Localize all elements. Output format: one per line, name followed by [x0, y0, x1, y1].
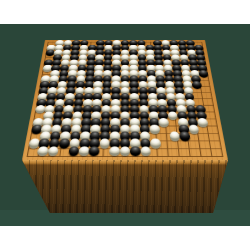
stone-black[interactable] — [130, 146, 141, 156]
intersection[interactable] — [140, 149, 151, 157]
intersection[interactable] — [109, 149, 119, 157]
intersection[interactable] — [151, 149, 162, 157]
intersection[interactable] — [130, 149, 140, 157]
stone-white[interactable] — [99, 139, 110, 149]
stone-white[interactable] — [150, 139, 161, 149]
intersection[interactable] — [89, 149, 100, 157]
stone-black[interactable] — [179, 132, 190, 141]
stone-black[interactable] — [199, 70, 209, 77]
intersection[interactable] — [207, 121, 218, 128]
intersection[interactable] — [149, 128, 159, 135]
intersection[interactable] — [209, 135, 220, 142]
intersection[interactable] — [99, 142, 109, 149]
intersection[interactable] — [120, 149, 130, 157]
stone-black[interactable] — [89, 146, 100, 156]
stone-white[interactable] — [140, 146, 151, 156]
stones-grid — [27, 42, 224, 157]
stone-white[interactable] — [149, 125, 160, 134]
goban-top-surface — [22, 40, 228, 160]
intersection[interactable] — [160, 142, 171, 149]
stone-white[interactable] — [109, 146, 120, 156]
intersection[interactable] — [68, 149, 79, 157]
intersection[interactable] — [159, 121, 169, 128]
intersection[interactable] — [160, 135, 171, 142]
stone-white[interactable] — [120, 146, 131, 156]
intersection[interactable] — [161, 149, 172, 157]
intersection[interactable] — [99, 149, 110, 157]
wood-grain — [22, 160, 228, 213]
photo-background — [0, 24, 250, 226]
intersection[interactable] — [208, 128, 219, 135]
stone-white[interactable] — [159, 118, 170, 127]
intersection[interactable] — [78, 149, 89, 157]
intersection[interactable] — [211, 142, 222, 149]
intersection[interactable] — [150, 142, 161, 149]
intersection[interactable] — [159, 128, 169, 135]
goban-front-face — [22, 160, 228, 213]
intersection[interactable] — [212, 149, 224, 157]
